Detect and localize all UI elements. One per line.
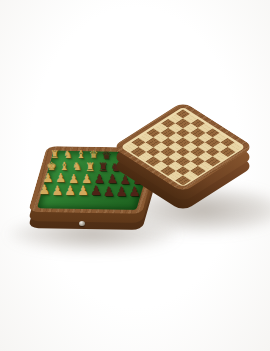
tray-piece-light-pawn: ♟ [38,183,50,196]
tray-piece-light-pawn: ♟ [77,184,89,197]
product-photo-scene: ♜♞♝♛♛♝♞♜♚♝♞♜♜♞♝♚♟♟♟♟♟♟♟♟♟♟♟♟♟♟♟♟ [0,0,270,351]
drawer-knob [79,221,85,226]
tray-piece-dark-pawn: ♟ [103,184,115,197]
tray-piece-dark-pawn: ♟ [90,184,102,197]
tray-piece-dark-pawn: ♟ [116,185,128,198]
tray-piece-dark-pawn: ♟ [128,185,140,198]
tray-piece-light-pawn: ♟ [64,184,76,197]
tray-piece-light-pawn: ♟ [51,183,63,196]
